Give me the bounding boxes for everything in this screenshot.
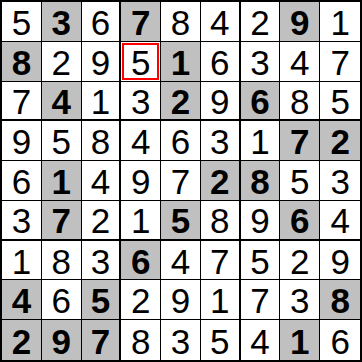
cell-r7c3[interactable]: 3 (82, 241, 122, 281)
cell-digit: 7 (12, 84, 31, 119)
cell-digit: 4 (131, 124, 150, 159)
cell-r7c6[interactable]: 7 (201, 241, 241, 281)
cell-r7c5[interactable]: 4 (161, 241, 201, 281)
cell-r8c9[interactable]: 8 (320, 280, 360, 320)
cell-digit: 8 (290, 84, 309, 119)
cell-r3c7[interactable]: 6 (241, 82, 281, 122)
cell-r1c1[interactable]: 5 (2, 2, 42, 42)
cell-digit: 1 (290, 324, 309, 359)
cell-r9c6[interactable]: 5 (201, 320, 241, 360)
cell-digit: 6 (290, 203, 309, 238)
cell-digit: 6 (131, 244, 150, 279)
cell-r9c9[interactable]: 6 (320, 320, 360, 360)
cell-digit: 2 (91, 203, 110, 238)
cell-r5c2[interactable]: 1 (42, 161, 82, 201)
cell-digit: 1 (131, 203, 150, 238)
cell-r1c9[interactable]: 1 (320, 2, 360, 42)
cell-digit: 6 (330, 324, 349, 359)
cell-digit: 5 (330, 84, 349, 119)
cell-digit: 8 (250, 164, 269, 199)
cell-digit: 2 (330, 124, 349, 159)
cell-r3c4[interactable]: 3 (121, 82, 161, 122)
cell-digit: 8 (210, 203, 229, 238)
cell-digit: 3 (290, 283, 309, 318)
cell-r4c5[interactable]: 6 (161, 121, 201, 161)
cell-r5c6[interactable]: 2 (201, 161, 241, 201)
cell-digit: 8 (91, 124, 110, 159)
cell-r8c8[interactable]: 3 (280, 280, 320, 320)
cell-digit: 5 (250, 244, 269, 279)
cell-r2c2[interactable]: 2 (42, 42, 82, 82)
cell-r6c8[interactable]: 6 (280, 201, 320, 241)
cell-r4c4[interactable]: 4 (121, 121, 161, 161)
cell-r2c5[interactable]: 1 (161, 42, 201, 82)
cell-digit: 7 (210, 244, 229, 279)
cell-r4c7[interactable]: 1 (241, 121, 281, 161)
cell-digit: 4 (290, 45, 309, 80)
cell-digit: 4 (250, 324, 269, 359)
cell-r5c5[interactable]: 7 (161, 161, 201, 201)
cell-digit: 6 (51, 283, 70, 318)
cell-r9c2[interactable]: 9 (42, 320, 82, 360)
cell-digit: 1 (12, 244, 31, 279)
cell-r1c5[interactable]: 8 (161, 2, 201, 42)
cell-r1c4[interactable]: 7 (121, 2, 161, 42)
cell-digit: 7 (91, 324, 110, 359)
cell-r3c9[interactable]: 5 (320, 82, 360, 122)
cell-digit: 5 (290, 164, 309, 199)
cell-digit: 8 (12, 45, 31, 80)
cell-r9c4[interactable]: 8 (121, 320, 161, 360)
cell-digit: 8 (51, 244, 70, 279)
cell-digit: 9 (171, 283, 190, 318)
cell-digit: 3 (250, 45, 269, 80)
cell-digit: 7 (171, 164, 190, 199)
cell-r8c4[interactable]: 2 (121, 280, 161, 320)
cell-r2c3[interactable]: 9 (82, 42, 122, 82)
cell-r7c7[interactable]: 5 (241, 241, 281, 281)
cell-r7c8[interactable]: 2 (280, 241, 320, 281)
cell-digit: 9 (210, 84, 229, 119)
cell-r2c6[interactable]: 6 (201, 42, 241, 82)
cell-digit: 4 (171, 244, 190, 279)
cell-digit: 3 (91, 244, 110, 279)
cell-digit: 6 (250, 84, 269, 119)
cell-r6c3[interactable]: 2 (82, 201, 122, 241)
cell-r6c6[interactable]: 8 (201, 201, 241, 241)
cell-r9c5[interactable]: 3 (161, 320, 201, 360)
cell-digit: 1 (250, 124, 269, 159)
cell-r9c1[interactable]: 2 (2, 320, 42, 360)
cell-digit: 2 (171, 84, 190, 119)
cell-digit: 2 (51, 45, 70, 80)
cell-digit: 9 (91, 45, 110, 80)
cell-r2c1[interactable]: 8 (2, 42, 42, 82)
cell-r8c3[interactable]: 5 (82, 280, 122, 320)
cell-digit: 6 (171, 124, 190, 159)
sudoku-board: 5367842918295163477413296859584631726149… (0, 0, 362, 362)
cell-r8c7[interactable]: 7 (241, 280, 281, 320)
cell-r4c9[interactable]: 2 (320, 121, 360, 161)
cell-digit: 7 (330, 45, 349, 80)
cell-digit: 8 (171, 5, 190, 40)
cell-digit: 5 (12, 5, 31, 40)
cell-r6c4[interactable]: 1 (121, 201, 161, 241)
cell-digit: 8 (330, 283, 349, 318)
cell-r9c7[interactable]: 4 (241, 320, 281, 360)
cell-digit: 1 (91, 84, 110, 119)
cell-r3c1[interactable]: 7 (2, 82, 42, 122)
cell-digit: 5 (131, 45, 150, 80)
cell-r4c2[interactable]: 5 (42, 121, 82, 161)
cell-digit: 7 (250, 283, 269, 318)
cell-r7c9[interactable]: 9 (320, 241, 360, 281)
cell-r9c3[interactable]: 7 (82, 320, 122, 360)
cell-digit: 6 (91, 5, 110, 40)
cell-digit: 4 (330, 203, 349, 238)
cell-digit: 3 (12, 203, 31, 238)
cell-digit: 3 (51, 5, 70, 40)
cell-digit: 4 (12, 283, 31, 318)
cell-digit: 7 (290, 124, 309, 159)
cell-r1c7[interactable]: 2 (241, 2, 281, 42)
cell-r8c1[interactable]: 4 (2, 280, 42, 320)
cell-r7c2[interactable]: 8 (42, 241, 82, 281)
cell-r8c2[interactable]: 6 (42, 280, 82, 320)
cell-r8c5[interactable]: 9 (161, 280, 201, 320)
cell-digit: 4 (91, 164, 110, 199)
cell-digit: 3 (210, 124, 229, 159)
cell-digit: 8 (131, 324, 150, 359)
cell-digit: 2 (12, 324, 31, 359)
cell-digit: 1 (171, 45, 190, 80)
cell-digit: 9 (12, 124, 31, 159)
cell-digit: 5 (51, 124, 70, 159)
cell-digit: 7 (51, 203, 70, 238)
cell-digit: 3 (330, 164, 349, 199)
cell-digit: 3 (171, 324, 190, 359)
cell-digit: 1 (51, 164, 70, 199)
cell-r6c9[interactable]: 4 (320, 201, 360, 241)
cell-r8c6[interactable]: 1 (201, 280, 241, 320)
cell-digit: 5 (171, 203, 190, 238)
cell-r4c6[interactable]: 3 (201, 121, 241, 161)
cell-r5c7[interactable]: 8 (241, 161, 281, 201)
cell-r6c2[interactable]: 7 (42, 201, 82, 241)
cell-digit: 4 (210, 5, 229, 40)
cell-r1c2[interactable]: 3 (42, 2, 82, 42)
cell-r3c8[interactable]: 8 (280, 82, 320, 122)
cell-digit: 9 (250, 203, 269, 238)
cell-r4c8[interactable]: 7 (280, 121, 320, 161)
cell-digit: 6 (12, 164, 31, 199)
cell-r6c7[interactable]: 9 (241, 201, 281, 241)
cell-r2c7[interactable]: 3 (241, 42, 281, 82)
cell-r5c4[interactable]: 9 (121, 161, 161, 201)
cell-r2c8[interactable]: 4 (280, 42, 320, 82)
cell-r4c3[interactable]: 8 (82, 121, 122, 161)
cell-digit: 2 (290, 244, 309, 279)
cell-r7c4[interactable]: 6 (121, 241, 161, 281)
cell-digit: 4 (51, 84, 70, 119)
cell-r3c5[interactable]: 2 (161, 82, 201, 122)
cell-digit: 7 (131, 5, 150, 40)
cell-r6c1[interactable]: 3 (2, 201, 42, 241)
cell-r2c4[interactable]: 5 (121, 42, 161, 82)
cell-r5c3[interactable]: 4 (82, 161, 122, 201)
cell-digit: 6 (210, 45, 229, 80)
cell-digit: 9 (131, 164, 150, 199)
cell-r9c8[interactable]: 1 (280, 320, 320, 360)
cell-digit: 5 (91, 283, 110, 318)
cell-digit: 3 (131, 84, 150, 119)
cell-digit: 9 (330, 244, 349, 279)
cell-r7c1[interactable]: 1 (2, 241, 42, 281)
cell-r3c2[interactable]: 4 (42, 82, 82, 122)
cell-digit: 9 (51, 324, 70, 359)
cell-r3c6[interactable]: 9 (201, 82, 241, 122)
cell-r4c1[interactable]: 9 (2, 121, 42, 161)
cell-digit: 9 (290, 5, 309, 40)
cell-digit: 2 (131, 283, 150, 318)
cell-r5c1[interactable]: 6 (2, 161, 42, 201)
cell-r5c8[interactable]: 5 (280, 161, 320, 201)
cell-r3c3[interactable]: 1 (82, 82, 122, 122)
cell-digit: 5 (210, 324, 229, 359)
cell-digit: 2 (210, 164, 229, 199)
cell-digit: 1 (210, 283, 229, 318)
cell-r1c3[interactable]: 6 (82, 2, 122, 42)
cell-r5c9[interactable]: 3 (320, 161, 360, 201)
cell-r1c8[interactable]: 9 (280, 2, 320, 42)
cell-r2c9[interactable]: 7 (320, 42, 360, 82)
cell-r6c5[interactable]: 5 (161, 201, 201, 241)
cell-digit: 2 (250, 5, 269, 40)
cell-r1c6[interactable]: 4 (201, 2, 241, 42)
cell-digit: 1 (330, 5, 349, 40)
